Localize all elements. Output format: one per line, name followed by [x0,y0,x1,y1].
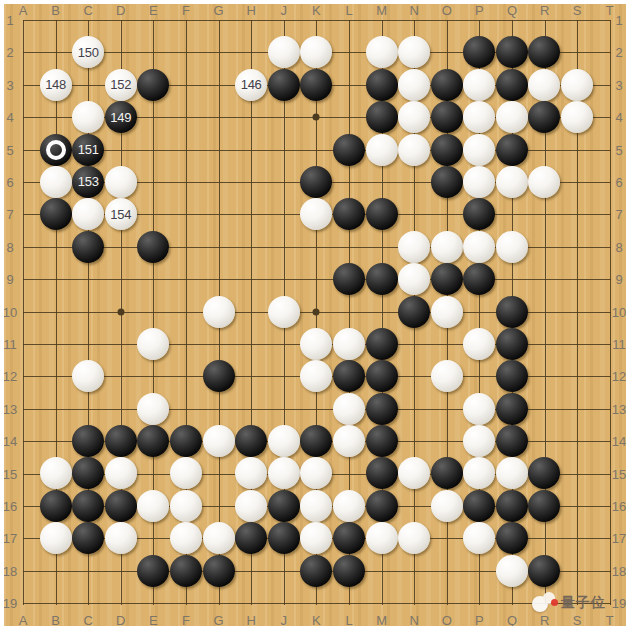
black-stone-K6[interactable] [300,166,332,198]
move-number-C6: 153 [78,175,99,188]
bottom-label-N: N [409,613,418,627]
black-stone-J3[interactable] [268,69,300,101]
move-number-D3: 152 [110,78,131,91]
black-stone-B5[interactable] [40,134,72,166]
go-board[interactable]: 150148152146149151153154 量子位 AABBCCDDEEF… [4,4,626,626]
white-stone-E13[interactable] [137,393,169,425]
white-stone-M2[interactable] [366,36,398,68]
black-stone-E18[interactable] [137,555,169,587]
bottom-label-Q: Q [507,613,517,627]
white-stone-P14[interactable] [463,425,495,457]
white-stone-K11[interactable] [300,328,332,360]
black-stone-K18[interactable] [300,555,332,587]
black-stone-Q12[interactable] [496,360,528,392]
black-stone-L12[interactable] [333,360,365,392]
bottom-label-K: K [312,613,321,627]
black-stone-O3[interactable] [431,69,463,101]
black-stone-L9[interactable] [333,263,365,295]
white-stone-O12[interactable] [431,360,463,392]
black-stone-P9[interactable] [463,263,495,295]
white-stone-H3[interactable]: 146 [235,69,267,101]
top-label-N: N [409,4,418,18]
black-stone-O5[interactable] [431,134,463,166]
black-stone-M15[interactable] [366,457,398,489]
black-stone-Q13[interactable] [496,393,528,425]
move-number-C2: 150 [78,46,99,59]
screenshot-frame: 150148152146149151153154 量子位 AABBCCDDEEF… [0,0,630,630]
right-label-18: 18 [612,563,626,578]
right-label-9: 9 [615,272,622,287]
black-stone-E14[interactable] [137,425,169,457]
top-label-A: A [19,4,28,18]
left-label-12: 12 [4,369,17,384]
black-stone-Q14[interactable] [496,425,528,457]
white-stone-K16[interactable] [300,490,332,522]
top-label-H: H [246,4,255,18]
black-stone-M16[interactable] [366,490,398,522]
white-stone-N17[interactable] [398,522,430,554]
white-stone-C4[interactable] [72,101,104,133]
white-stone-P3[interactable] [463,69,495,101]
left-label-14: 14 [4,434,17,449]
left-label-3: 3 [6,77,13,92]
right-label-10: 10 [612,304,626,319]
white-stone-O8[interactable] [431,231,463,263]
black-stone-L5[interactable] [333,134,365,166]
bottom-label-O: O [442,613,452,627]
white-stone-N3[interactable] [398,69,430,101]
bottom-label-F: F [182,613,190,627]
black-stone-M9[interactable] [366,263,398,295]
bottom-label-D: D [116,613,125,627]
black-stone-K14[interactable] [300,425,332,457]
black-stone-D16[interactable] [105,490,137,522]
black-stone-P16[interactable] [463,490,495,522]
left-label-10: 10 [4,304,17,319]
move-number-D4: 149 [110,111,131,124]
white-stone-G14[interactable] [203,425,235,457]
watermark-text: 量子位 [561,594,606,612]
bottom-label-H: H [246,613,255,627]
white-stone-L14[interactable] [333,425,365,457]
white-stone-M17[interactable] [366,522,398,554]
left-label-8: 8 [6,239,13,254]
right-label-4: 4 [615,110,622,125]
black-stone-R4[interactable] [528,101,560,133]
top-label-F: F [182,4,190,18]
black-stone-Q5[interactable] [496,134,528,166]
black-stone-L17[interactable] [333,522,365,554]
white-stone-P15[interactable] [463,457,495,489]
right-label-11: 11 [612,337,626,352]
black-stone-D4[interactable]: 149 [105,101,137,133]
white-stone-B17[interactable] [40,522,72,554]
black-stone-Q16[interactable] [496,490,528,522]
top-label-D: D [116,4,125,18]
top-label-O: O [442,4,452,18]
white-stone-P8[interactable] [463,231,495,263]
black-stone-B16[interactable] [40,490,72,522]
right-label-13: 13 [612,401,626,416]
white-stone-B6[interactable] [40,166,72,198]
black-stone-C16[interactable] [72,490,104,522]
right-label-16: 16 [612,499,626,514]
white-stone-J10[interactable] [268,296,300,328]
white-stone-N15[interactable] [398,457,430,489]
white-stone-D7[interactable]: 154 [105,198,137,230]
left-label-5: 5 [6,142,13,157]
black-stone-M13[interactable] [366,393,398,425]
white-stone-H15[interactable] [235,457,267,489]
black-stone-M14[interactable] [366,425,398,457]
right-label-7: 7 [615,207,622,222]
white-stone-G17[interactable] [203,522,235,554]
left-label-17: 17 [4,531,17,546]
white-stone-F17[interactable] [170,522,202,554]
white-stone-J14[interactable] [268,425,300,457]
black-stone-C14[interactable] [72,425,104,457]
white-stone-D15[interactable] [105,457,137,489]
white-stone-N8[interactable] [398,231,430,263]
black-stone-G18[interactable] [203,555,235,587]
bottom-label-R: R [540,613,549,627]
white-stone-M5[interactable] [366,134,398,166]
stones-layer: 150148152146149151153154 [7,4,626,619]
white-stone-L16[interactable] [333,490,365,522]
black-stone-Q10[interactable] [496,296,528,328]
white-stone-O10[interactable] [431,296,463,328]
bottom-label-S: S [573,613,582,627]
qbitai-logo-icon [532,592,558,614]
white-stone-K12[interactable] [300,360,332,392]
white-stone-L13[interactable] [333,393,365,425]
black-stone-P2[interactable] [463,36,495,68]
top-label-Q: Q [507,4,517,18]
top-label-E: E [149,4,158,18]
logo-red-dot [551,599,558,606]
black-stone-R2[interactable] [528,36,560,68]
white-stone-P11[interactable] [463,328,495,360]
white-stone-Q18[interactable] [496,555,528,587]
black-stone-L7[interactable] [333,198,365,230]
black-stone-D14[interactable] [105,425,137,457]
right-label-8: 8 [615,239,622,254]
bottom-label-M: M [376,613,387,627]
black-stone-O6[interactable] [431,166,463,198]
white-stone-N4[interactable] [398,101,430,133]
right-label-3: 3 [615,77,622,92]
black-stone-P7[interactable] [463,198,495,230]
black-stone-E8[interactable] [137,231,169,263]
bottom-label-P: P [475,613,484,627]
top-label-S: S [573,4,582,18]
black-stone-O4[interactable] [431,101,463,133]
top-label-K: K [312,4,321,18]
black-stone-H14[interactable] [235,425,267,457]
black-stone-M3[interactable] [366,69,398,101]
white-stone-S4[interactable] [561,101,593,133]
white-stone-N9[interactable] [398,263,430,295]
white-stone-C7[interactable] [72,198,104,230]
bottom-label-C: C [83,613,92,627]
white-stone-R3[interactable] [528,69,560,101]
left-label-16: 16 [4,499,17,514]
white-stone-D17[interactable] [105,522,137,554]
black-stone-C6[interactable]: 153 [72,166,104,198]
white-stone-K7[interactable] [300,198,332,230]
black-stone-F18[interactable] [170,555,202,587]
bottom-label-T: T [606,613,614,627]
black-stone-R15[interactable] [528,457,560,489]
left-label-1: 1 [6,13,13,28]
right-label-6: 6 [615,175,622,190]
black-stone-M11[interactable] [366,328,398,360]
black-stone-C15[interactable] [72,457,104,489]
white-stone-J15[interactable] [268,457,300,489]
white-stone-L11[interactable] [333,328,365,360]
left-label-4: 4 [6,110,13,125]
white-stone-Q8[interactable] [496,231,528,263]
white-stone-B15[interactable] [40,457,72,489]
white-stone-S3[interactable] [561,69,593,101]
right-label-15: 15 [612,466,626,481]
top-label-G: G [214,4,224,18]
left-label-18: 18 [4,563,17,578]
white-stone-E11[interactable] [137,328,169,360]
black-stone-J17[interactable] [268,522,300,554]
black-stone-J16[interactable] [268,490,300,522]
white-stone-Q15[interactable] [496,457,528,489]
right-label-17: 17 [612,531,626,546]
black-stone-Q17[interactable] [496,522,528,554]
left-label-13: 13 [4,401,17,416]
black-stone-M4[interactable] [366,101,398,133]
white-stone-E16[interactable] [137,490,169,522]
black-stone-Q2[interactable] [496,36,528,68]
black-stone-C17[interactable] [72,522,104,554]
white-stone-G10[interactable] [203,296,235,328]
right-label-19: 19 [612,596,626,611]
black-stone-H17[interactable] [235,522,267,554]
white-stone-C2[interactable]: 150 [72,36,104,68]
left-label-7: 7 [6,207,13,222]
right-label-2: 2 [615,45,622,60]
white-stone-K15[interactable] [300,457,332,489]
left-label-19: 19 [4,596,17,611]
black-stone-C8[interactable] [72,231,104,263]
white-stone-P13[interactable] [463,393,495,425]
bottom-label-A: A [19,613,28,627]
bottom-label-E: E [149,613,158,627]
last-move-circle-marker [46,140,66,160]
top-label-B: B [51,4,60,18]
left-label-9: 9 [6,272,13,287]
white-stone-D6[interactable] [105,166,137,198]
black-stone-C5[interactable]: 151 [72,134,104,166]
bottom-label-J: J [281,613,288,627]
bottom-label-G: G [214,613,224,627]
white-stone-C12[interactable] [72,360,104,392]
top-label-R: R [540,4,549,18]
top-label-L: L [345,4,352,18]
move-number-C5: 151 [78,143,99,156]
right-label-12: 12 [612,369,626,384]
white-stone-N2[interactable] [398,36,430,68]
white-stone-D3[interactable]: 152 [105,69,137,101]
white-stone-K2[interactable] [300,36,332,68]
black-stone-Q3[interactable] [496,69,528,101]
right-label-1: 1 [615,13,622,28]
black-stone-R18[interactable] [528,555,560,587]
right-label-5: 5 [615,142,622,157]
black-stone-B7[interactable] [40,198,72,230]
left-label-11: 11 [4,337,17,352]
black-stone-N10[interactable] [398,296,430,328]
top-label-C: C [83,4,92,18]
white-stone-J2[interactable] [268,36,300,68]
move-number-D7: 154 [110,208,131,221]
black-stone-L18[interactable] [333,555,365,587]
white-stone-F15[interactable] [170,457,202,489]
right-label-14: 14 [612,434,626,449]
white-stone-P17[interactable] [463,522,495,554]
top-label-J: J [281,4,288,18]
white-stone-P4[interactable] [463,101,495,133]
black-stone-R16[interactable] [528,490,560,522]
left-label-2: 2 [6,45,13,60]
black-stone-O15[interactable] [431,457,463,489]
black-stone-M12[interactable] [366,360,398,392]
white-stone-B3[interactable]: 148 [40,69,72,101]
black-stone-O9[interactable] [431,263,463,295]
white-stone-P5[interactable] [463,134,495,166]
black-stone-G12[interactable] [203,360,235,392]
white-stone-H16[interactable] [235,490,267,522]
white-stone-K17[interactable] [300,522,332,554]
black-stone-M7[interactable] [366,198,398,230]
left-label-6: 6 [6,175,13,190]
bottom-label-B: B [51,613,60,627]
top-label-T: T [606,4,614,18]
black-stone-E3[interactable] [137,69,169,101]
white-stone-N5[interactable] [398,134,430,166]
white-stone-Q6[interactable] [496,166,528,198]
black-stone-K3[interactable] [300,69,332,101]
watermark: 量子位 [532,592,606,614]
left-label-15: 15 [4,466,17,481]
bottom-label-L: L [345,613,352,627]
white-stone-F16[interactable] [170,490,202,522]
white-stone-Q4[interactable] [496,101,528,133]
move-number-B3: 148 [45,78,66,91]
top-label-P: P [475,4,484,18]
move-number-H3: 146 [241,78,262,91]
black-stone-Q11[interactable] [496,328,528,360]
black-stone-F14[interactable] [170,425,202,457]
white-stone-P6[interactable] [463,166,495,198]
white-stone-R6[interactable] [528,166,560,198]
white-stone-O16[interactable] [431,490,463,522]
top-label-M: M [376,4,387,18]
